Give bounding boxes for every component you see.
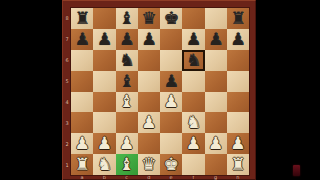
square-e7[interactable]	[160, 29, 182, 50]
square-a7[interactable]: ♟	[71, 29, 93, 50]
square-g4[interactable]	[205, 92, 227, 113]
square-g3[interactable]	[205, 112, 227, 133]
white-pawn: ♟	[208, 135, 223, 152]
square-f4[interactable]	[182, 92, 204, 113]
square-g2[interactable]: ♟	[205, 133, 227, 154]
square-b2[interactable]: ♟	[93, 133, 115, 154]
square-f5[interactable]	[182, 71, 204, 92]
square-h3[interactable]	[227, 112, 249, 133]
watermark-mark-icon	[293, 165, 300, 176]
square-d7[interactable]: ♟	[138, 29, 160, 50]
white-rook: ♜	[75, 156, 90, 173]
white-queen: ♛	[141, 156, 156, 173]
square-c8[interactable]: ♝	[116, 8, 138, 29]
square-a5[interactable]	[71, 71, 93, 92]
square-b5[interactable]	[93, 71, 115, 92]
black-pawn: ♟	[186, 30, 201, 47]
square-c1[interactable]: ♝	[116, 154, 138, 175]
white-pawn: ♟	[141, 114, 156, 131]
square-g7[interactable]: ♟	[205, 29, 227, 50]
chess-board: ♜♝♛♚♜♟♟♟♟♟♟♟♞♞♝♟♝♟♟♞♟♟♟♟♟♟♜♞♝♛♚♜	[71, 8, 249, 175]
rank-label-4: 4	[63, 92, 71, 113]
white-knight: ♞	[186, 114, 201, 131]
white-pawn: ♟	[230, 135, 245, 152]
white-rook: ♜	[230, 156, 245, 173]
video-frame: 87654321 abcdefgh ♜♝♛♚♜♟♟♟♟♟♟♟♞♞♝♟♝♟♟♞♟♟…	[0, 0, 320, 180]
black-knight: ♞	[119, 51, 134, 68]
square-g8[interactable]	[205, 8, 227, 29]
black-pawn: ♟	[75, 30, 90, 47]
black-knight: ♞	[186, 51, 201, 68]
square-f3[interactable]: ♞	[182, 112, 204, 133]
square-d6[interactable]	[138, 50, 160, 71]
black-bishop: ♝	[119, 72, 134, 89]
rank-label-6: 6	[63, 50, 71, 71]
square-a6[interactable]	[71, 50, 93, 71]
chess-board-frame: 87654321 abcdefgh ♜♝♛♚♜♟♟♟♟♟♟♟♞♞♝♟♝♟♟♞♟♟…	[62, 0, 256, 180]
square-e4[interactable]: ♟	[160, 92, 182, 113]
black-rook: ♜	[230, 9, 245, 26]
square-a2[interactable]: ♟	[71, 133, 93, 154]
square-d8[interactable]: ♛	[138, 8, 160, 29]
square-c7[interactable]: ♟	[116, 29, 138, 50]
square-d5[interactable]	[138, 71, 160, 92]
square-a3[interactable]	[71, 112, 93, 133]
black-pawn: ♟	[119, 30, 134, 47]
white-bishop: ♝	[119, 156, 134, 173]
square-e6[interactable]	[160, 50, 182, 71]
rank-label-1: 1	[63, 154, 71, 175]
white-pawn: ♟	[186, 135, 201, 152]
square-b7[interactable]: ♟	[93, 29, 115, 50]
square-c4[interactable]: ♝	[116, 92, 138, 113]
white-knight: ♞	[97, 156, 112, 173]
square-b1[interactable]: ♞	[93, 154, 115, 175]
black-pawn: ♟	[208, 30, 223, 47]
rank-label-8: 8	[63, 8, 71, 29]
black-pawn: ♟	[164, 72, 179, 89]
square-d2[interactable]	[138, 133, 160, 154]
square-c5[interactable]: ♝	[116, 71, 138, 92]
square-h7[interactable]: ♟	[227, 29, 249, 50]
rank-label-5: 5	[63, 71, 71, 92]
square-b4[interactable]	[93, 92, 115, 113]
square-h6[interactable]	[227, 50, 249, 71]
square-f6[interactable]: ♞	[182, 50, 204, 71]
black-pawn: ♟	[230, 30, 245, 47]
white-king: ♚	[164, 156, 179, 173]
channel-watermark-logo	[293, 163, 317, 177]
square-e2[interactable]	[160, 133, 182, 154]
square-e5[interactable]: ♟	[160, 71, 182, 92]
square-a1[interactable]: ♜	[71, 154, 93, 175]
square-f8[interactable]	[182, 8, 204, 29]
white-pawn: ♟	[119, 135, 134, 152]
square-a4[interactable]	[71, 92, 93, 113]
square-e3[interactable]	[160, 112, 182, 133]
square-g6[interactable]	[205, 50, 227, 71]
square-h8[interactable]: ♜	[227, 8, 249, 29]
square-c6[interactable]: ♞	[116, 50, 138, 71]
white-bishop: ♝	[119, 93, 134, 110]
square-d4[interactable]	[138, 92, 160, 113]
square-c2[interactable]: ♟	[116, 133, 138, 154]
square-a8[interactable]: ♜	[71, 8, 93, 29]
square-h4[interactable]	[227, 92, 249, 113]
square-g1[interactable]	[205, 154, 227, 175]
square-e1[interactable]: ♚	[160, 154, 182, 175]
square-d1[interactable]: ♛	[138, 154, 160, 175]
square-h1[interactable]: ♜	[227, 154, 249, 175]
square-d3[interactable]: ♟	[138, 112, 160, 133]
square-e8[interactable]: ♚	[160, 8, 182, 29]
rank-label-3: 3	[63, 112, 71, 133]
black-pawn: ♟	[141, 30, 156, 47]
rank-label-7: 7	[63, 29, 71, 50]
square-g5[interactable]	[205, 71, 227, 92]
square-h5[interactable]	[227, 71, 249, 92]
white-pawn: ♟	[97, 135, 112, 152]
black-bishop: ♝	[119, 9, 134, 26]
black-rook: ♜	[75, 9, 90, 26]
square-c3[interactable]	[116, 112, 138, 133]
square-b8[interactable]	[93, 8, 115, 29]
square-b6[interactable]	[93, 50, 115, 71]
square-f2[interactable]: ♟	[182, 133, 204, 154]
rank-labels: 87654321	[63, 8, 71, 175]
rank-label-2: 2	[63, 133, 71, 154]
black-pawn: ♟	[97, 30, 112, 47]
white-pawn: ♟	[164, 93, 179, 110]
square-b3[interactable]	[93, 112, 115, 133]
black-queen: ♛	[141, 9, 156, 26]
black-king: ♚	[164, 9, 179, 26]
white-pawn: ♟	[75, 135, 90, 152]
square-h2[interactable]: ♟	[227, 133, 249, 154]
square-f1[interactable]	[182, 154, 204, 175]
square-f7[interactable]: ♟	[182, 29, 204, 50]
